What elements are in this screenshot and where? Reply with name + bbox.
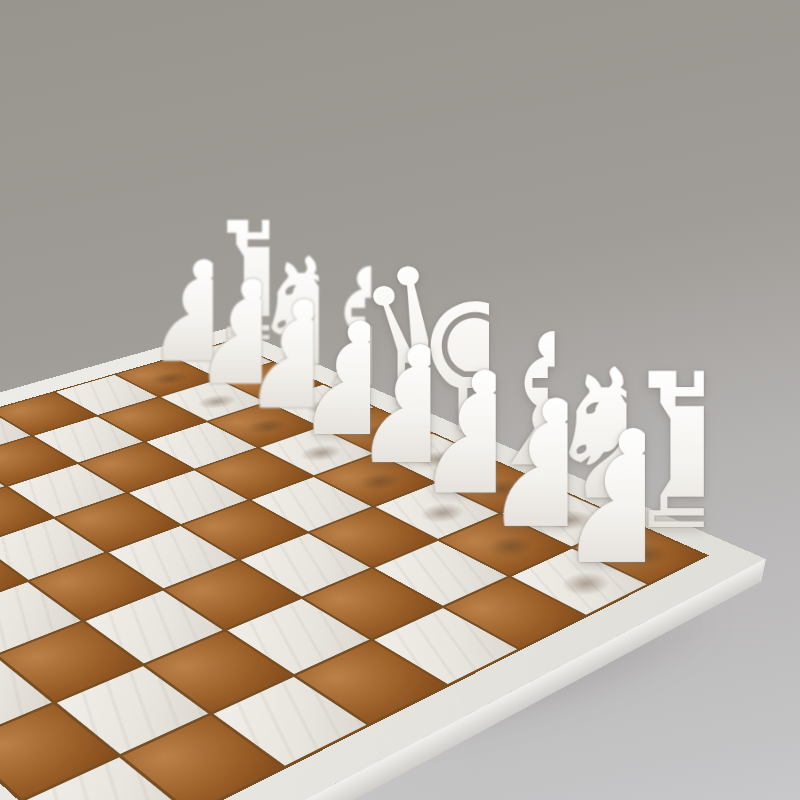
white-pawn: ♟ <box>551 406 645 590</box>
backdrop: ♟♜♟♞♟♝♟♛♟♚♟♝♟♞♟♜ <box>0 0 800 800</box>
